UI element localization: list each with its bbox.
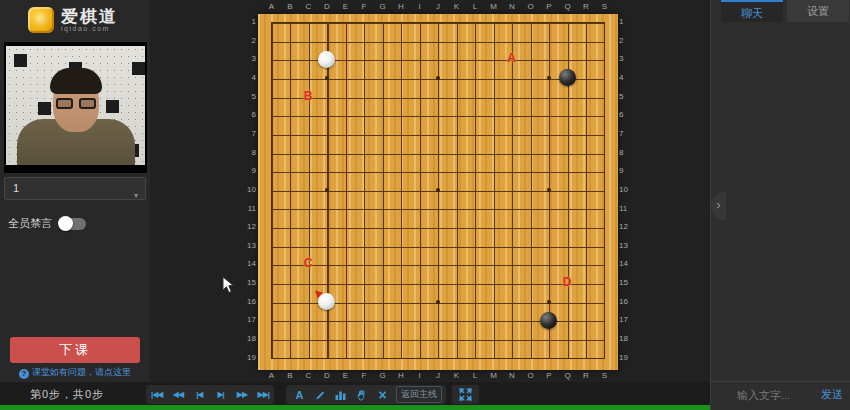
coord-bottom-K: K [452, 371, 461, 381]
coord-right-1: 1 [619, 17, 630, 27]
coord-left-12: 12 [246, 222, 256, 232]
star-point-P4 [547, 76, 551, 80]
clear-marks-icon[interactable]: × [373, 385, 392, 404]
coord-bottom-P: P [545, 371, 554, 381]
end-class-button[interactable]: 下课 [10, 337, 140, 363]
board-label-D: D [563, 275, 572, 289]
coord-left-3: 3 [246, 54, 256, 64]
fast-forward-icon[interactable]: ▶▶ [231, 385, 252, 404]
chat-input[interactable]: 输入文字... [737, 388, 790, 403]
teacher-glasses [56, 98, 96, 109]
playback-controls: |◀◀ ◀◀ |◀ ▶| ▶▶ ▶▶| [146, 385, 274, 404]
bottom-toolbar: 第0步，共0步 |◀◀ ◀◀ |◀ ▶| ▶▶ ▶▶| A × 返回主线 [0, 382, 710, 406]
coord-right-15: 15 [619, 278, 630, 288]
step-backward-icon[interactable]: |◀ [189, 385, 210, 404]
coord-left-7: 7 [246, 129, 256, 139]
star-point-D4 [325, 76, 329, 80]
app-title: 爱棋道 [61, 8, 118, 25]
coord-left-1: 1 [246, 17, 256, 27]
coord-left-11: 11 [246, 204, 256, 214]
coord-right-5: 5 [619, 92, 630, 102]
step-forward-icon[interactable]: ▶| [210, 385, 231, 404]
coord-bottom-G: G [378, 371, 387, 381]
coord-bottom-M: M [489, 371, 498, 381]
coord-top-E: E [341, 2, 350, 12]
coord-left-2: 2 [246, 36, 256, 46]
teacher-hair [50, 68, 102, 94]
coord-bottom-H: H [397, 371, 406, 381]
coord-bottom-Q: Q [563, 371, 572, 381]
chat-input-row: 输入文字... 发送 [711, 381, 850, 406]
coord-left-6: 6 [246, 110, 256, 120]
move-counter: 第0步，共0步 [30, 387, 104, 402]
tab-settings[interactable]: 设置 [787, 0, 849, 22]
mute-all-label: 全员禁言 [8, 216, 52, 231]
fullscreen-button[interactable] [452, 385, 479, 404]
coord-left-9: 9 [246, 166, 256, 176]
coord-left-14: 14 [246, 259, 256, 269]
board-label-B: B [304, 89, 313, 103]
room-select-dropdown[interactable]: 1 ▾ [4, 177, 146, 200]
help-link[interactable]: ?课堂如有问题，请点这里 [0, 366, 150, 379]
coord-left-16: 16 [246, 297, 256, 307]
jump-to-end-icon[interactable]: ▶▶| [253, 385, 274, 404]
teacher-webcam-video [4, 42, 147, 173]
coord-right-14: 14 [619, 259, 630, 269]
coord-bottom-S: S [600, 371, 609, 381]
coord-top-R: R [582, 2, 591, 12]
coord-bottom-R: R [582, 371, 591, 381]
star-point-J4 [436, 76, 440, 80]
coord-right-9: 9 [619, 166, 630, 176]
coord-left-5: 5 [246, 92, 256, 102]
return-mainline-button[interactable]: 返回主线 [396, 386, 442, 403]
fast-backward-icon[interactable]: ◀◀ [167, 385, 188, 404]
coord-right-3: 3 [619, 54, 630, 64]
coord-bottom-E: E [341, 371, 350, 381]
coord-top-L: L [471, 2, 480, 12]
coord-left-15: 15 [246, 278, 256, 288]
coord-left-19: 19 [246, 353, 256, 363]
coord-top-D: D [323, 2, 332, 12]
board-wood: ABCD [258, 14, 618, 370]
question-icon: ? [19, 369, 29, 379]
coord-top-J: J [434, 2, 443, 12]
coord-top-C: C [304, 2, 313, 12]
coord-right-2: 2 [619, 36, 630, 46]
coord-bottom-B: B [286, 371, 295, 381]
coord-top-K: K [452, 2, 461, 12]
app-logo: 爱棋道 iqidao.com [28, 7, 118, 33]
star-point-P16 [547, 300, 551, 304]
brush-icon[interactable] [311, 385, 330, 404]
coord-bottom-I: I [415, 371, 424, 381]
letterbox-top [4, 42, 147, 46]
coord-bottom-L: L [471, 371, 480, 381]
coord-top-M: M [489, 2, 498, 12]
panel-collapse-handle[interactable]: › [711, 191, 726, 221]
toggle-knob [58, 216, 73, 231]
board-label-C: C [304, 257, 313, 271]
coord-top-I: I [415, 2, 424, 12]
coord-right-16: 16 [619, 297, 630, 307]
board-label-A: A [507, 52, 516, 66]
tab-chat[interactable]: 聊天 [721, 0, 783, 22]
fullscreen-arrows-icon [459, 388, 472, 401]
text-label-tool[interactable]: A [290, 385, 309, 404]
black-stone-P17 [540, 312, 557, 329]
coord-left-4: 4 [246, 73, 256, 83]
right-panel: 聊天 设置 › 输入文字... 发送 [710, 0, 850, 410]
letterbox-bottom [4, 166, 147, 173]
chevron-down-icon: ▾ [134, 185, 138, 206]
star-point-J16 [436, 300, 440, 304]
backdrop-logo-pattern [14, 54, 27, 67]
coord-bottom-O: O [526, 371, 535, 381]
star-point-D10 [325, 188, 329, 192]
coord-right-11: 11 [619, 204, 630, 214]
coord-bottom-J: J [434, 371, 443, 381]
room-select-value: 1 [13, 182, 19, 194]
coord-top-O: O [526, 2, 535, 12]
annotation-tools: A × 返回主线 [286, 385, 446, 404]
jump-to-start-icon[interactable]: |◀◀ [146, 385, 167, 404]
coord-right-4: 4 [619, 73, 630, 83]
chart-icon[interactable] [332, 385, 351, 404]
coord-top-Q: Q [563, 2, 572, 12]
coord-top-H: H [397, 2, 406, 12]
star-point-P10 [547, 188, 551, 192]
coord-bottom-C: C [304, 371, 313, 381]
coord-right-19: 19 [619, 353, 630, 363]
send-button[interactable]: 发送 [821, 387, 843, 402]
coord-right-13: 13 [619, 241, 630, 251]
coord-left-13: 13 [246, 241, 256, 251]
webcam-backdrop [6, 46, 145, 165]
mute-all-toggle[interactable] [60, 218, 86, 230]
coord-left-10: 10 [246, 185, 256, 195]
black-stone-Q4 [559, 69, 576, 86]
coord-top-N: N [508, 2, 517, 12]
coord-left-18: 18 [246, 334, 256, 344]
classroom-window: 爱棋道 iqidao.com 1 ▾ 全员禁言 下课 ?课堂如有 [0, 0, 850, 410]
iqidao-logo-icon [28, 7, 54, 33]
coord-top-B: B [286, 2, 295, 12]
coord-left-8: 8 [246, 148, 256, 158]
coord-bottom-F: F [360, 371, 369, 381]
go-board[interactable]: ABCD AABBCCDDEEFFGGHHIIJJKKLLMMNNOOPPQQR… [246, 2, 630, 381]
coord-right-10: 10 [619, 185, 630, 195]
coord-left-17: 17 [246, 315, 256, 325]
coord-top-A: A [267, 2, 276, 12]
coord-top-P: P [545, 2, 554, 12]
coord-bottom-N: N [508, 371, 517, 381]
coord-right-7: 7 [619, 129, 630, 139]
app-subtitle: iqidao.com [61, 25, 118, 32]
mouse-cursor [222, 276, 235, 294]
white-stone-D3 [318, 51, 335, 68]
chevron-right-icon: › [717, 198, 721, 212]
coord-top-F: F [360, 2, 369, 12]
hand-icon[interactable] [352, 385, 371, 404]
coord-top-G: G [378, 2, 387, 12]
sidebar: 爱棋道 iqidao.com 1 ▾ 全员禁言 下课 ?课堂如有 [0, 0, 150, 382]
help-text: 课堂如有问题，请点这里 [32, 367, 131, 377]
coord-bottom-A: A [267, 371, 276, 381]
coord-right-17: 17 [619, 315, 630, 325]
coord-right-18: 18 [619, 334, 630, 344]
coord-bottom-D: D [323, 371, 332, 381]
star-point-J10 [436, 188, 440, 192]
coord-right-12: 12 [619, 222, 630, 232]
coord-top-S: S [600, 2, 609, 12]
coord-right-8: 8 [619, 148, 630, 158]
coord-right-6: 6 [619, 110, 630, 120]
